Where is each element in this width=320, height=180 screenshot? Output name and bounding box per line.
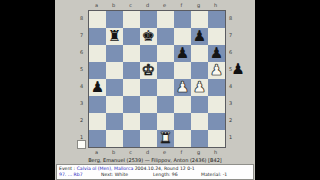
square-c6 xyxy=(123,45,140,62)
white-pawn: ♟ xyxy=(174,79,191,96)
square-f2 xyxy=(174,113,191,130)
square-h1 xyxy=(208,130,225,147)
square-g2 xyxy=(191,113,208,130)
square-b2 xyxy=(106,113,123,130)
square-e1: ♜ xyxy=(157,130,174,147)
coord-label-4: 4 xyxy=(226,78,235,95)
chess-board: ♜♚♟♟♟♚♟♟♟♟♜ xyxy=(88,10,226,148)
square-d8 xyxy=(140,11,157,28)
square-f5 xyxy=(174,62,191,79)
square-h2 xyxy=(208,113,225,130)
square-d3 xyxy=(140,96,157,113)
square-c3 xyxy=(123,96,140,113)
square-g6 xyxy=(191,45,208,62)
black-king: ♚ xyxy=(140,28,157,45)
coord-label-f: f xyxy=(173,148,190,156)
square-h5: ♟ xyxy=(208,62,225,79)
content-frame: abcdefgh abcdefgh 87654321 87654321 ♜♚♟♟… xyxy=(55,0,255,180)
square-a7 xyxy=(89,28,106,45)
coord-label-2: 2 xyxy=(226,112,235,129)
white-pawn: ♟ xyxy=(208,62,225,79)
square-f1 xyxy=(174,130,191,147)
square-g3 xyxy=(191,96,208,113)
coord-label-h: h xyxy=(207,1,224,9)
square-b4 xyxy=(106,79,123,96)
square-c8 xyxy=(123,11,140,28)
square-f8 xyxy=(174,11,191,28)
square-g4: ♟ xyxy=(191,79,208,96)
game-length-label: Length: 96 xyxy=(153,172,201,178)
coord-label-8: 8 xyxy=(77,10,86,27)
square-a3 xyxy=(89,96,106,113)
square-c5 xyxy=(123,62,140,79)
video-frame: abcdefgh abcdefgh 87654321 87654321 ♜♚♟♟… xyxy=(0,0,320,180)
square-h7 xyxy=(208,28,225,45)
file-labels-top: abcdefgh xyxy=(88,1,224,9)
game-info-box: Event : Calvia ol (Men), Mallorca 2004.1… xyxy=(56,164,254,180)
square-e7 xyxy=(157,28,174,45)
square-g5 xyxy=(191,62,208,79)
square-d1 xyxy=(140,130,157,147)
black-pawn: ♟ xyxy=(191,28,208,45)
square-a1 xyxy=(89,130,106,147)
square-d7: ♚ xyxy=(140,28,157,45)
square-b3 xyxy=(106,96,123,113)
square-h8 xyxy=(208,11,225,28)
square-d4 xyxy=(140,79,157,96)
square-b6 xyxy=(106,45,123,62)
square-g1 xyxy=(191,130,208,147)
white-to-move-indicator xyxy=(77,140,86,149)
coord-label-e: e xyxy=(156,1,173,9)
file-labels-bottom: abcdefgh xyxy=(88,148,224,156)
white-king: ♚ xyxy=(140,62,157,79)
coord-label-7: 7 xyxy=(77,27,86,44)
coord-label-b: b xyxy=(105,1,122,9)
coord-label-8: 8 xyxy=(226,10,235,27)
square-b8 xyxy=(106,11,123,28)
square-h4 xyxy=(208,79,225,96)
square-e8 xyxy=(157,11,174,28)
event-date-round: 2004.10.24, Round 12 0-1 xyxy=(133,166,195,171)
square-f4: ♟ xyxy=(174,79,191,96)
square-f7 xyxy=(174,28,191,45)
coord-label-3: 3 xyxy=(77,95,86,112)
rank-labels-left: 87654321 xyxy=(77,10,86,146)
square-a5 xyxy=(89,62,106,79)
coord-label-a: a xyxy=(88,1,105,9)
players-line: Berg, Emanuel (2539) — Filippov, Anton (… xyxy=(55,157,255,164)
square-a8 xyxy=(89,11,106,28)
square-d6 xyxy=(140,45,157,62)
coord-label-d: d xyxy=(139,1,156,9)
coord-label-b: b xyxy=(105,148,122,156)
coord-label-d: d xyxy=(139,148,156,156)
black-rook: ♜ xyxy=(106,28,123,45)
square-g7: ♟ xyxy=(191,28,208,45)
square-a4: ♟ xyxy=(89,79,106,96)
square-a6 xyxy=(89,45,106,62)
coord-label-a: a xyxy=(88,148,105,156)
square-c2 xyxy=(123,113,140,130)
white-rook: ♜ xyxy=(157,130,174,147)
square-c1 xyxy=(123,130,140,147)
coord-label-e: e xyxy=(156,148,173,156)
square-b5 xyxy=(106,62,123,79)
coord-label-g: g xyxy=(190,1,207,9)
square-b1 xyxy=(106,130,123,147)
next-to-move-label: Next: White xyxy=(101,172,153,178)
coord-label-g: g xyxy=(190,148,207,156)
square-g8 xyxy=(191,11,208,28)
material-balance-label: Material: -1 xyxy=(201,172,227,178)
square-f3 xyxy=(174,96,191,113)
status-line: 97. ... Rb7 Next: White Length: 96 Mater… xyxy=(59,172,251,178)
captured-pawn-material-icon: ♟ xyxy=(230,58,246,80)
event-label: Event : xyxy=(59,166,77,171)
square-c7 xyxy=(123,28,140,45)
coord-label-5: 5 xyxy=(77,61,86,78)
black-pawn: ♟ xyxy=(208,45,225,62)
coord-label-c: c xyxy=(122,1,139,9)
square-c4 xyxy=(123,79,140,96)
square-e2 xyxy=(157,113,174,130)
square-h3 xyxy=(208,96,225,113)
square-e3 xyxy=(157,96,174,113)
coord-label-f: f xyxy=(173,1,190,9)
square-d5: ♚ xyxy=(140,62,157,79)
coord-label-2: 2 xyxy=(77,112,86,129)
square-h6: ♟ xyxy=(208,45,225,62)
square-f6: ♟ xyxy=(174,45,191,62)
square-e6 xyxy=(157,45,174,62)
caption-bar: Berg, Emanuel (2539) — Filippov, Anton (… xyxy=(55,156,255,180)
coord-label-1: 1 xyxy=(226,129,235,146)
coord-label-7: 7 xyxy=(226,27,235,44)
coord-label-6: 6 xyxy=(77,44,86,61)
white-pawn: ♟ xyxy=(191,79,208,96)
square-d2 xyxy=(140,113,157,130)
square-e5 xyxy=(157,62,174,79)
square-b7: ♜ xyxy=(106,28,123,45)
coord-label-3: 3 xyxy=(226,95,235,112)
black-pawn: ♟ xyxy=(174,45,191,62)
square-a2 xyxy=(89,113,106,130)
square-e4 xyxy=(157,79,174,96)
coord-label-c: c xyxy=(122,148,139,156)
event-site-link[interactable]: Calvia ol (Men), Mallorca xyxy=(77,166,134,171)
coord-label-4: 4 xyxy=(77,78,86,95)
black-pawn: ♟ xyxy=(89,79,106,96)
coord-label-h: h xyxy=(207,148,224,156)
last-move-text: 97. ... Rb7 xyxy=(59,172,101,178)
chess-board-panel: abcdefgh abcdefgh 87654321 87654321 ♜♚♟♟… xyxy=(64,0,246,156)
